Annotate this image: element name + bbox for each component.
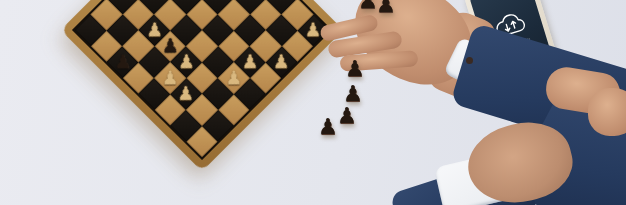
piece-black-pawn-offboard[interactable]: ♟ — [318, 116, 338, 138]
piece-black-pawn[interactable]: ♟ — [162, 36, 179, 55]
resting-fingers — [588, 88, 626, 136]
photo-scene: ♟♟♟♟♟♟♟♟♟♟ ♟♟♟♟♟♟ Cloud transfer — [0, 0, 626, 205]
piece-white-pawn[interactable]: ♟ — [178, 84, 195, 103]
piece-black-pawn-offboard[interactable]: ♟ — [358, 0, 378, 12]
piece-white-pawn[interactable]: ♟ — [305, 20, 322, 39]
piece-white-pawn[interactable]: ♟ — [146, 20, 163, 39]
piece-black-pawn-offboard[interactable]: ♟ — [343, 83, 363, 105]
chessboard: ♟♟♟♟♟♟♟♟♟♟ — [61, 0, 344, 171]
piece-black-pawn-offboard[interactable]: ♟ — [337, 105, 357, 127]
piece-black-pawn-offboard[interactable]: ♟ — [376, 0, 396, 16]
piece-black-pawn[interactable]: ♟ — [114, 52, 131, 71]
piece-black-pawn-offboard[interactable]: ♟ — [345, 58, 365, 80]
piece-white-pawn[interactable]: ♟ — [178, 52, 195, 71]
piece-white-pawn[interactable]: ♟ — [225, 68, 242, 87]
piece-white-pawn[interactable]: ♟ — [273, 52, 290, 71]
cufflink — [466, 57, 473, 64]
piece-white-pawn[interactable]: ♟ — [162, 68, 179, 87]
piece-white-pawn[interactable]: ♟ — [241, 52, 258, 71]
